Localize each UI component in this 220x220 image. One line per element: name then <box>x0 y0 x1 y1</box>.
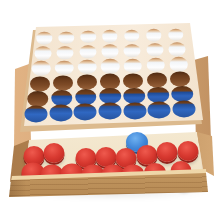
board-hole <box>168 28 184 41</box>
board-hole <box>78 60 97 74</box>
board-hole <box>147 58 166 72</box>
board-hole <box>80 31 96 44</box>
board-hole <box>124 30 140 43</box>
connect-four-product-photo <box>0 0 220 220</box>
board-hole <box>99 103 122 120</box>
board-hole <box>25 105 48 122</box>
red-disc <box>137 145 158 165</box>
board-hole <box>102 30 118 43</box>
red-disc <box>178 141 199 161</box>
board-hole <box>51 90 73 106</box>
board-hole <box>148 101 171 118</box>
board-hole <box>74 104 97 121</box>
board-hole <box>27 91 49 107</box>
board-hole <box>58 31 74 44</box>
red-disc <box>157 142 178 162</box>
board-hole <box>170 57 189 71</box>
board-hole <box>32 61 51 75</box>
red-disc <box>44 143 65 163</box>
board-hole <box>101 59 120 73</box>
board-hole <box>146 29 162 42</box>
board-hole <box>172 100 195 117</box>
board-hole <box>124 59 143 73</box>
board-hole <box>55 61 74 75</box>
board-hole <box>49 104 72 121</box>
board-hole <box>37 32 53 45</box>
board-hole <box>123 102 146 119</box>
